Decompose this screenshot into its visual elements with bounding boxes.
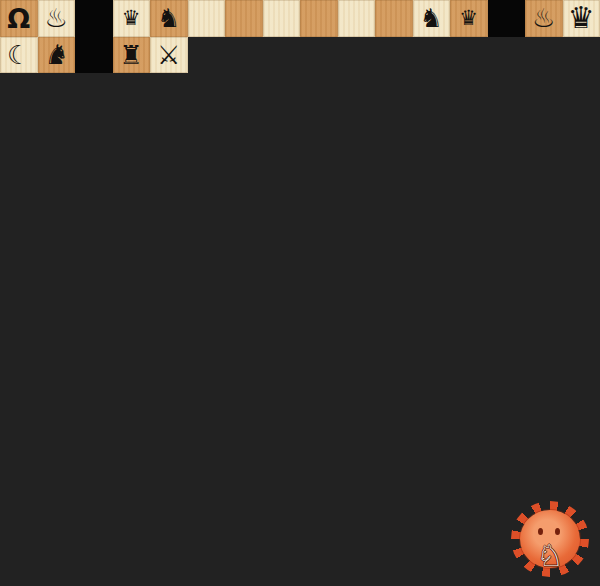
black-knight-piece[interactable]: ♞: [420, 5, 443, 31]
square-r0-c9[interactable]: [338, 0, 376, 37]
square-r0-c11[interactable]: ♞: [413, 0, 451, 37]
square-r0-c4[interactable]: ♞: [150, 0, 188, 37]
square-r0-c0[interactable]: Ω: [0, 0, 38, 37]
black-lamp-piece[interactable]: ♨: [532, 5, 555, 31]
black-wild-horse-piece[interactable]: ♞: [44, 41, 68, 68]
black-knight-piece[interactable]: ♞: [157, 5, 180, 31]
blocked-square: [75, 37, 113, 74]
black-grand-crown-piece[interactable]: ♛: [568, 3, 595, 33]
black-moon-piece[interactable]: ☾: [7, 42, 30, 68]
game-screenshot: Ω♨♛♞♞♛♨♛☾♞♜⚔ ♘: [0, 0, 600, 586]
black-gate-piece[interactable]: Ω: [7, 5, 30, 32]
square-r1-c0[interactable]: ☾: [0, 37, 38, 74]
black-crossed-swords-piece[interactable]: ⚔: [157, 42, 180, 68]
square-r0-c3[interactable]: ♛: [113, 0, 151, 37]
square-r0-c12[interactable]: ♛: [450, 0, 488, 37]
square-r0-c7[interactable]: [263, 0, 301, 37]
square-r0-c5[interactable]: [188, 0, 226, 37]
square-r1-c3[interactable]: ♜: [113, 37, 151, 74]
square-r0-c10[interactable]: [375, 0, 413, 37]
square-r0-c14[interactable]: ♨: [525, 0, 563, 37]
square-r0-c8[interactable]: [300, 0, 338, 37]
black-lamp-piece[interactable]: ♨: [45, 5, 68, 31]
blocked-square: [488, 0, 526, 37]
board: Ω♨♛♞♞♛♨♛☾♞♜⚔: [0, 0, 600, 586]
black-open-crown-piece[interactable]: ♛: [459, 8, 478, 29]
square-r0-c6[interactable]: [225, 0, 263, 37]
black-rook-piece[interactable]: ♜: [120, 42, 143, 68]
square-r1-c4[interactable]: ⚔: [150, 37, 188, 74]
square-r1-c1[interactable]: ♞: [38, 37, 76, 74]
black-open-crown-piece[interactable]: ♛: [122, 8, 141, 29]
square-r0-c15[interactable]: ♛: [563, 0, 600, 37]
square-r0-c1[interactable]: ♨: [38, 0, 76, 37]
blocked-square: [75, 0, 113, 37]
